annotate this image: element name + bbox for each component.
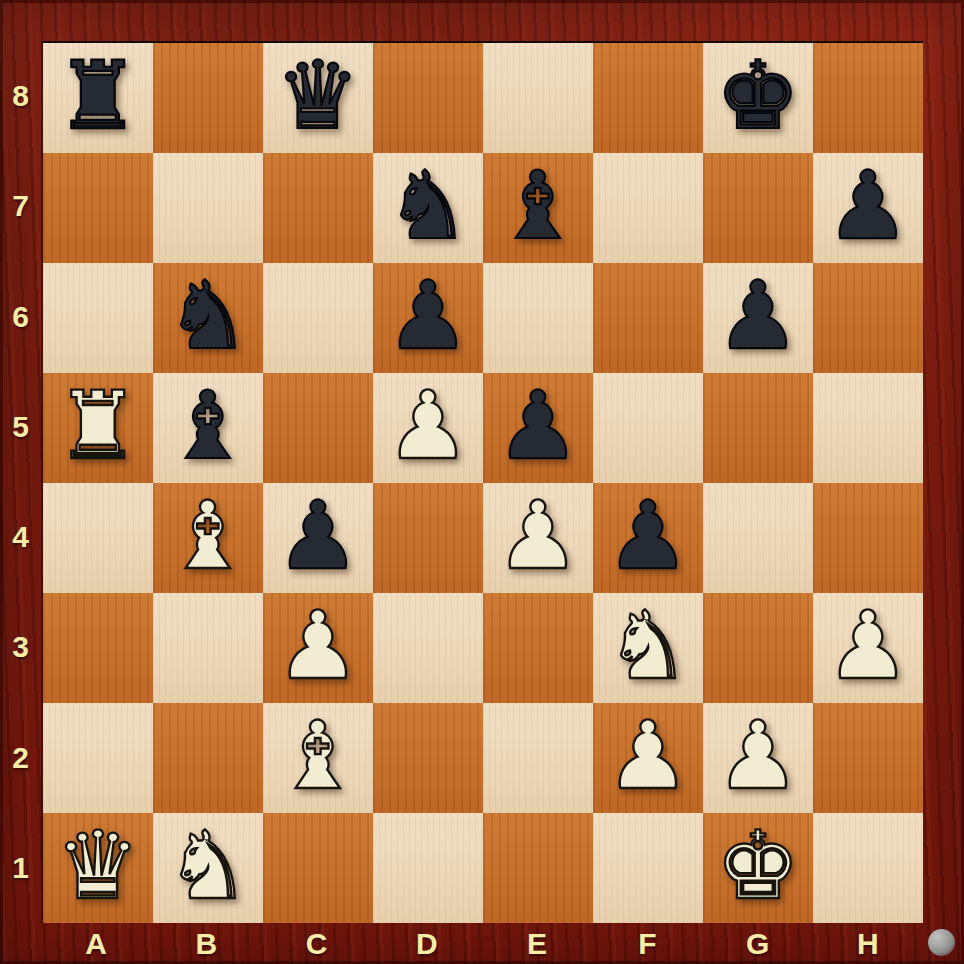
rank-label-7: 7 [0,151,41,261]
piece-white-pawn[interactable]: ♟ [606,709,690,803]
square-h2[interactable] [813,703,923,813]
board-frame: 87654321 ♜♛♚♞♝♟♞♟♟♜♝♟♟♝♟♟♟♟♞♟♝♟♟♛♞♚ ABCD… [0,0,964,964]
square-a3[interactable] [43,593,153,703]
piece-black-king[interactable]: ♚ [716,49,800,143]
square-c3[interactable]: ♟ [263,593,373,703]
piece-white-bishop[interactable]: ♝ [166,489,250,583]
square-a7[interactable] [43,153,153,263]
piece-black-pawn[interactable]: ♟ [496,379,580,473]
file-label-b: B [151,923,261,964]
square-c1[interactable] [263,813,373,923]
square-e8[interactable] [483,43,593,153]
square-f3[interactable]: ♞ [593,593,703,703]
square-f7[interactable] [593,153,703,263]
square-e6[interactable] [483,263,593,373]
square-a5[interactable]: ♜ [43,373,153,483]
square-e4[interactable]: ♟ [483,483,593,593]
square-a2[interactable] [43,703,153,813]
rank-label-8: 8 [0,41,41,151]
square-f2[interactable]: ♟ [593,703,703,813]
square-g7[interactable] [703,153,813,263]
square-b8[interactable] [153,43,263,153]
file-label-d: D [372,923,482,964]
square-a6[interactable] [43,263,153,373]
square-b5[interactable]: ♝ [153,373,263,483]
file-labels: ABCDEFGH [41,923,923,964]
square-h4[interactable] [813,483,923,593]
file-label-h: H [813,923,923,964]
square-c5[interactable] [263,373,373,483]
square-c2[interactable]: ♝ [263,703,373,813]
square-c6[interactable] [263,263,373,373]
square-e1[interactable] [483,813,593,923]
piece-white-rook[interactable]: ♜ [56,379,140,473]
square-e3[interactable] [483,593,593,703]
gray-sphere-icon [928,929,955,956]
square-a4[interactable] [43,483,153,593]
piece-black-bishop[interactable]: ♝ [166,379,250,473]
square-b6[interactable]: ♞ [153,263,263,373]
file-label-g: G [703,923,813,964]
rank-label-2: 2 [0,703,41,813]
square-g8[interactable]: ♚ [703,43,813,153]
square-h7[interactable]: ♟ [813,153,923,263]
square-e7[interactable]: ♝ [483,153,593,263]
piece-white-pawn[interactable]: ♟ [386,379,470,473]
square-f6[interactable] [593,263,703,373]
square-b3[interactable] [153,593,263,703]
square-a1[interactable]: ♛ [43,813,153,923]
piece-black-bishop[interactable]: ♝ [496,159,580,253]
square-e2[interactable] [483,703,593,813]
square-g1[interactable]: ♚ [703,813,813,923]
square-g4[interactable] [703,483,813,593]
piece-white-pawn[interactable]: ♟ [276,599,360,693]
piece-white-pawn[interactable]: ♟ [826,599,910,693]
rank-label-3: 3 [0,592,41,702]
square-h3[interactable]: ♟ [813,593,923,703]
rank-label-5: 5 [0,372,41,482]
square-b1[interactable]: ♞ [153,813,263,923]
rank-label-4: 4 [0,482,41,592]
piece-black-pawn[interactable]: ♟ [386,269,470,363]
file-label-a: A [41,923,151,964]
rank-label-6: 6 [0,262,41,372]
piece-white-knight[interactable]: ♞ [606,599,690,693]
file-label-e: E [482,923,592,964]
square-c7[interactable] [263,153,373,263]
square-c8[interactable]: ♛ [263,43,373,153]
square-f8[interactable] [593,43,703,153]
square-h6[interactable] [813,263,923,373]
piece-black-pawn[interactable]: ♟ [826,159,910,253]
square-g6[interactable]: ♟ [703,263,813,373]
piece-white-bishop[interactable]: ♝ [276,709,360,803]
square-h1[interactable] [813,813,923,923]
piece-black-knight[interactable]: ♞ [386,159,470,253]
piece-black-queen[interactable]: ♛ [276,49,360,143]
square-f1[interactable] [593,813,703,923]
square-d5[interactable]: ♟ [373,373,483,483]
square-b7[interactable] [153,153,263,263]
rank-label-1: 1 [0,813,41,923]
square-g3[interactable] [703,593,813,703]
square-d7[interactable]: ♞ [373,153,483,263]
square-d6[interactable]: ♟ [373,263,483,373]
square-d3[interactable] [373,593,483,703]
square-c4[interactable]: ♟ [263,483,373,593]
file-label-c: C [262,923,372,964]
piece-black-rook[interactable]: ♜ [56,49,140,143]
chess-board: ♜♛♚♞♝♟♞♟♟♜♝♟♟♝♟♟♟♟♞♟♝♟♟♛♞♚ [41,41,923,923]
file-label-f: F [592,923,702,964]
square-g2[interactable]: ♟ [703,703,813,813]
piece-black-pawn[interactable]: ♟ [716,269,800,363]
piece-white-knight[interactable]: ♞ [166,819,250,913]
square-d8[interactable] [373,43,483,153]
piece-black-pawn[interactable]: ♟ [606,489,690,583]
piece-white-king[interactable]: ♚ [716,819,800,913]
square-h5[interactable] [813,373,923,483]
square-f4[interactable]: ♟ [593,483,703,593]
square-b4[interactable]: ♝ [153,483,263,593]
square-g5[interactable] [703,373,813,483]
square-b2[interactable] [153,703,263,813]
square-d2[interactable] [373,703,483,813]
rank-labels: 87654321 [0,41,41,923]
square-d1[interactable] [373,813,483,923]
piece-white-pawn[interactable]: ♟ [496,489,580,583]
square-h8[interactable] [813,43,923,153]
piece-white-pawn[interactable]: ♟ [716,709,800,803]
piece-white-queen[interactable]: ♛ [56,819,140,913]
piece-black-knight[interactable]: ♞ [166,269,250,363]
square-f5[interactable] [593,373,703,483]
square-d4[interactable] [373,483,483,593]
square-e5[interactable]: ♟ [483,373,593,483]
square-a8[interactable]: ♜ [43,43,153,153]
piece-black-pawn[interactable]: ♟ [276,489,360,583]
